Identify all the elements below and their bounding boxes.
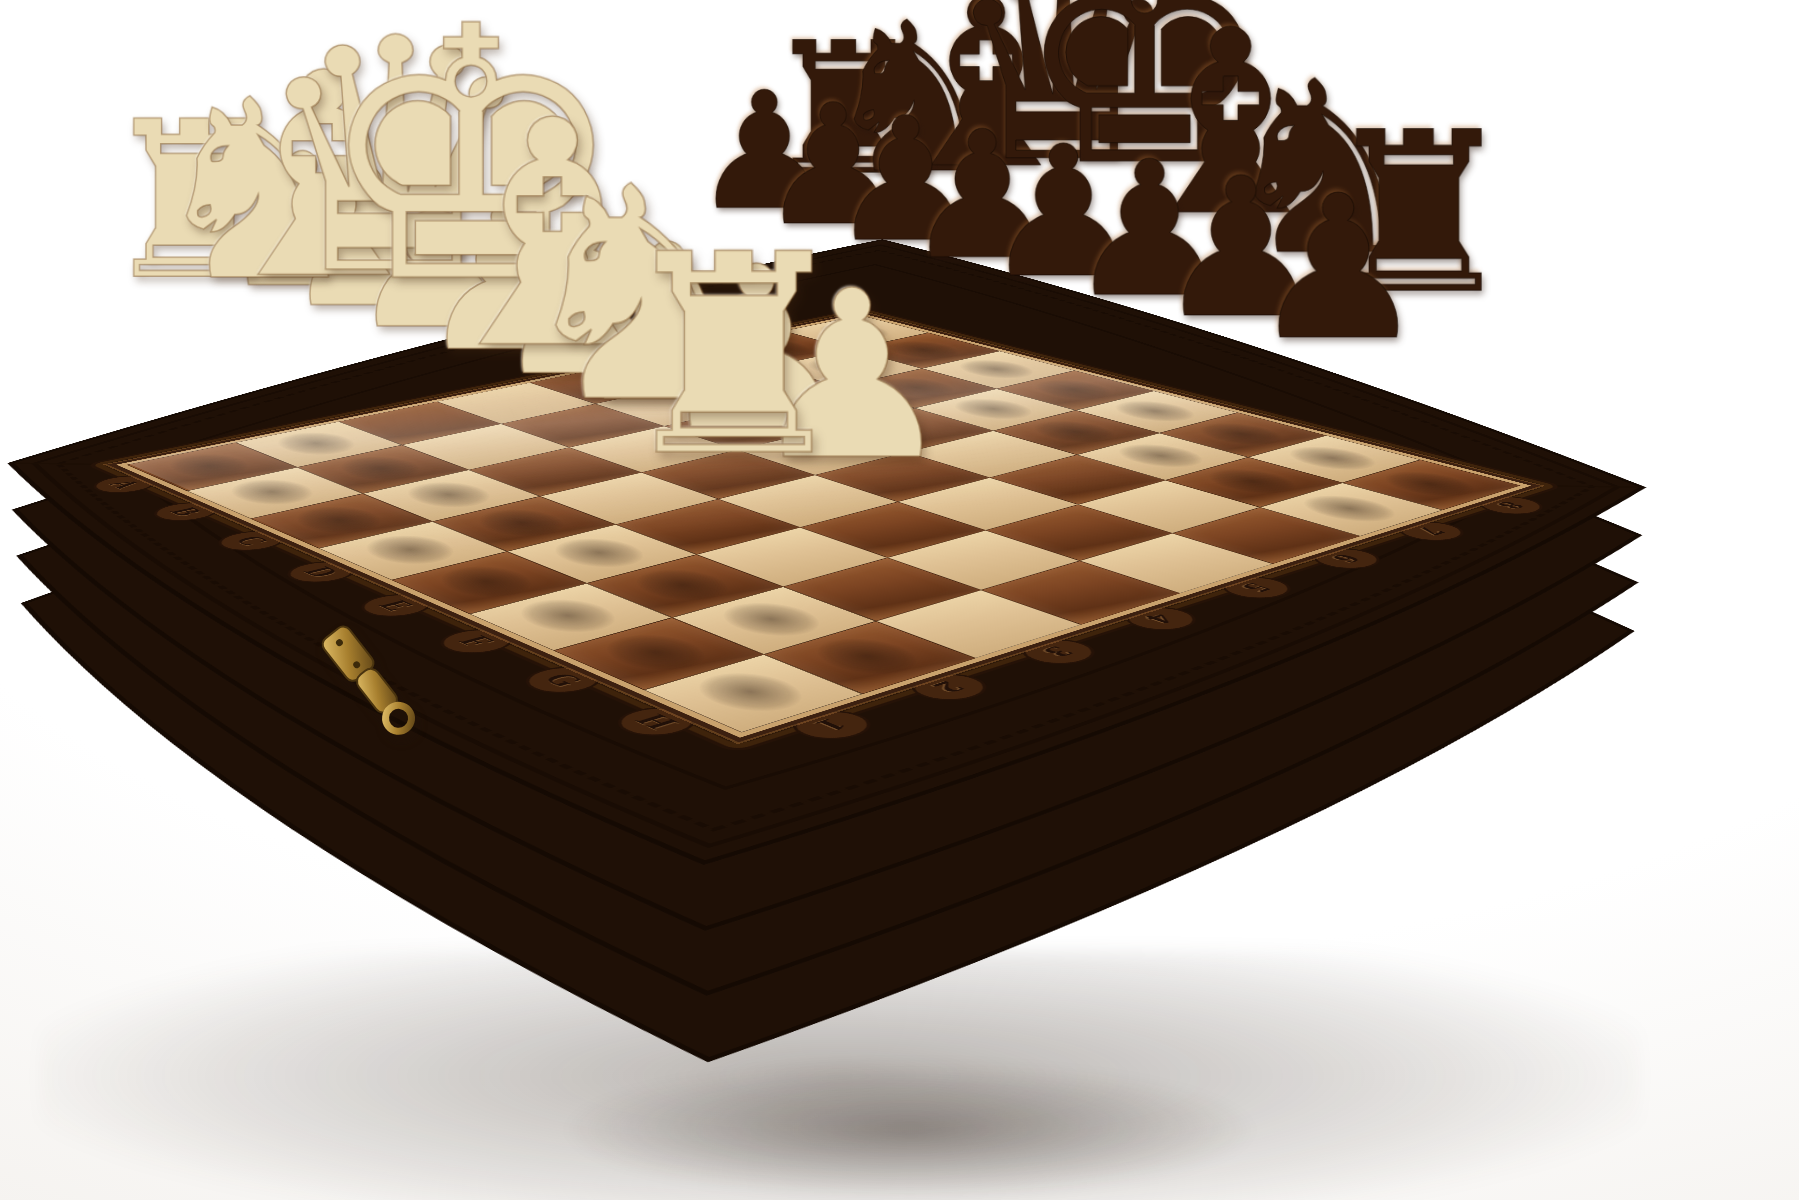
brass-clasp xyxy=(268,600,438,790)
piece-shadow xyxy=(423,561,550,603)
studio-scene: AABBCCDDEEFFGGHH1122334455667788 ♜♞♝♛♚♝♞… xyxy=(0,0,1799,1200)
piece-shadow xyxy=(587,628,725,677)
clasp-group xyxy=(319,623,419,738)
piece-glyph: ♜ xyxy=(554,245,914,472)
piece-shadow xyxy=(705,597,840,643)
piece-glyph: ♟ xyxy=(1189,187,1487,350)
piece-shadow xyxy=(462,504,581,541)
